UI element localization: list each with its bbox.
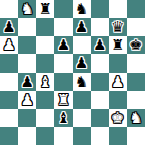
square-a2[interactable] [0,109,18,127]
square-b6[interactable] [18,36,36,54]
square-d3[interactable]: ♜ [54,91,72,109]
white-pawn-icon[interactable]: ♟ [2,36,15,54]
square-a4[interactable] [0,73,18,91]
square-h7[interactable] [127,18,145,36]
white-knight-icon[interactable]: ♞ [129,109,142,127]
square-e2[interactable] [73,109,91,127]
black-knight-icon[interactable]: ♞ [75,73,88,91]
square-c8[interactable]: ♜ [36,0,54,18]
chess-diagram: ♞♜♞♟♟♛♟♟♟♜♚♟♟♝♞♟♟♜♝♚♞ [0,0,145,145]
white-king-icon[interactable]: ♚ [111,109,124,127]
square-g4[interactable]: ♟ [109,73,127,91]
black-bishop-icon[interactable]: ♝ [57,109,70,127]
square-h6[interactable]: ♚ [127,36,145,54]
square-f4[interactable] [91,73,109,91]
square-a8[interactable] [0,0,18,18]
square-f2[interactable] [91,109,109,127]
square-b8[interactable]: ♞ [18,0,36,18]
square-b4[interactable]: ♟ [18,73,36,91]
square-e7[interactable]: ♟ [73,18,91,36]
square-f5[interactable] [91,54,109,72]
square-b2[interactable] [18,109,36,127]
black-rook-icon[interactable]: ♜ [39,0,52,18]
black-pawn-icon[interactable]: ♟ [20,73,33,91]
square-a6[interactable]: ♟ [0,36,18,54]
square-e4[interactable]: ♞ [73,73,91,91]
square-c5[interactable] [36,54,54,72]
black-rook-icon[interactable]: ♜ [111,36,124,54]
square-h3[interactable] [127,91,145,109]
square-h5[interactable] [127,54,145,72]
black-knight-icon[interactable]: ♞ [75,0,88,18]
square-f7[interactable] [91,18,109,36]
square-d2[interactable]: ♝ [54,109,72,127]
square-c6[interactable] [36,36,54,54]
square-g7[interactable]: ♛ [109,18,127,36]
square-f8[interactable] [91,0,109,18]
square-c7[interactable] [36,18,54,36]
square-f3[interactable] [91,91,109,109]
black-pawn-icon[interactable]: ♟ [75,18,88,36]
square-a7[interactable]: ♟ [0,18,18,36]
square-e1[interactable] [73,127,91,145]
square-d8[interactable] [54,0,72,18]
square-f1[interactable] [91,127,109,145]
square-h1[interactable] [127,127,145,145]
square-e8[interactable]: ♞ [73,0,91,18]
square-c1[interactable] [36,127,54,145]
black-queen-icon[interactable]: ♛ [111,18,124,36]
square-e6[interactable] [73,36,91,54]
white-pawn-icon[interactable]: ♟ [20,91,33,109]
square-b7[interactable] [18,18,36,36]
square-g6[interactable]: ♜ [109,36,127,54]
square-g3[interactable] [109,91,127,109]
white-pawn-icon[interactable]: ♟ [111,73,124,91]
black-pawn-icon[interactable]: ♟ [75,54,88,72]
black-pawn-icon[interactable]: ♟ [93,36,106,54]
square-c2[interactable] [36,109,54,127]
white-rook-icon[interactable]: ♜ [57,91,70,109]
square-f6[interactable]: ♟ [91,36,109,54]
black-pawn-icon[interactable]: ♟ [57,36,70,54]
square-g8[interactable] [109,0,127,18]
square-d6[interactable]: ♟ [54,36,72,54]
square-b3[interactable]: ♟ [18,91,36,109]
square-g1[interactable] [109,127,127,145]
square-a3[interactable] [0,91,18,109]
square-h4[interactable] [127,73,145,91]
square-b1[interactable] [18,127,36,145]
square-d4[interactable] [54,73,72,91]
black-pawn-icon[interactable]: ♟ [2,18,15,36]
square-d5[interactable] [54,54,72,72]
white-bishop-icon[interactable]: ♝ [39,73,52,91]
chess-board: ♞♜♞♟♟♛♟♟♟♜♚♟♟♝♞♟♟♜♝♚♞ [0,0,145,145]
square-e5[interactable]: ♟ [73,54,91,72]
white-knight-icon[interactable]: ♞ [20,0,33,18]
square-b5[interactable] [18,54,36,72]
square-g5[interactable] [109,54,127,72]
square-a5[interactable] [0,54,18,72]
square-h8[interactable] [127,0,145,18]
square-d7[interactable] [54,18,72,36]
square-h2[interactable]: ♞ [127,109,145,127]
square-a1[interactable] [0,127,18,145]
square-g2[interactable]: ♚ [109,109,127,127]
black-king-icon[interactable]: ♚ [129,36,142,54]
square-e3[interactable] [73,91,91,109]
square-c3[interactable] [36,91,54,109]
square-d1[interactable] [54,127,72,145]
square-c4[interactable]: ♝ [36,73,54,91]
